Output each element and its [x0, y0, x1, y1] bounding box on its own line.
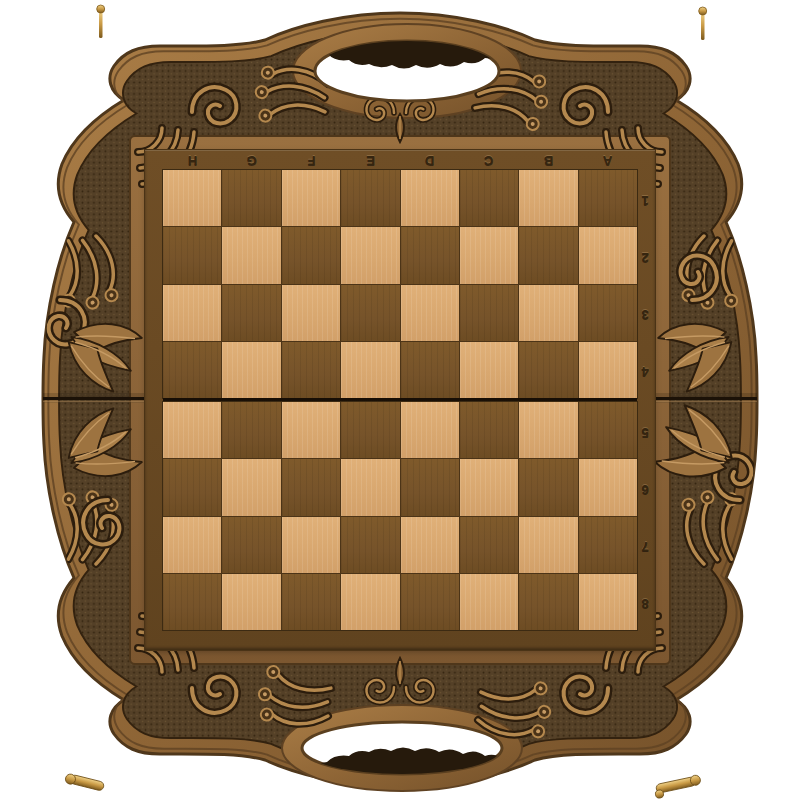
square-f1[interactable]: [282, 170, 340, 226]
square-g6[interactable]: [222, 459, 280, 515]
square-h2[interactable]: [163, 227, 221, 283]
square-g7[interactable]: [222, 517, 280, 573]
square-h4[interactable]: [163, 342, 221, 398]
file-label-c: C: [459, 152, 518, 168]
file-label-b: B: [519, 152, 578, 168]
square-f8[interactable]: [282, 574, 340, 630]
square-h8[interactable]: [163, 574, 221, 630]
square-a2[interactable]: [579, 227, 637, 283]
rank-label-3: 3: [635, 304, 655, 322]
square-f3[interactable]: [282, 285, 340, 341]
square-d4[interactable]: [401, 342, 459, 398]
square-f2[interactable]: [282, 227, 340, 283]
square-a5[interactable]: [579, 402, 637, 458]
square-c5[interactable]: [460, 402, 518, 458]
rank-label-8: 8: [635, 593, 655, 611]
rank-label-6: 6: [635, 479, 655, 497]
hinge-pin-top-left: [97, 5, 105, 38]
square-d3[interactable]: [401, 285, 459, 341]
square-g1[interactable]: [222, 170, 280, 226]
square-e6[interactable]: [341, 459, 399, 515]
square-a3[interactable]: [579, 285, 637, 341]
square-f7[interactable]: [282, 517, 340, 573]
rank-label-4: 4: [635, 361, 655, 379]
rank-label-7: 7: [635, 536, 655, 554]
square-d5[interactable]: [401, 402, 459, 458]
square-h5[interactable]: [163, 402, 221, 458]
square-c2[interactable]: [460, 227, 518, 283]
square-e2[interactable]: [341, 227, 399, 283]
square-f6[interactable]: [282, 459, 340, 515]
square-d6[interactable]: [401, 459, 459, 515]
square-e1[interactable]: [341, 170, 399, 226]
square-c7[interactable]: [460, 517, 518, 573]
square-g8[interactable]: [222, 574, 280, 630]
square-b5[interactable]: [519, 402, 577, 458]
file-label-f: F: [282, 152, 341, 168]
square-f5[interactable]: [282, 402, 340, 458]
board-half-top: [163, 170, 637, 398]
square-a7[interactable]: [579, 517, 637, 573]
square-a6[interactable]: [579, 459, 637, 515]
file-label-a: A: [578, 152, 637, 168]
file-label-g: G: [222, 152, 281, 168]
square-b3[interactable]: [519, 285, 577, 341]
file-label-e: E: [341, 152, 400, 168]
latch-bottom-left: [64, 773, 104, 792]
square-d7[interactable]: [401, 517, 459, 573]
square-h7[interactable]: [163, 517, 221, 573]
square-b4[interactable]: [519, 342, 577, 398]
chess-board: HGFEDCBA 12345678: [145, 150, 655, 650]
square-e5[interactable]: [341, 402, 399, 458]
square-g3[interactable]: [222, 285, 280, 341]
square-b8[interactable]: [519, 574, 577, 630]
square-c6[interactable]: [460, 459, 518, 515]
file-label-h: H: [163, 152, 222, 168]
square-a8[interactable]: [579, 574, 637, 630]
square-e7[interactable]: [341, 517, 399, 573]
file-label-d: D: [400, 152, 459, 168]
square-b7[interactable]: [519, 517, 577, 573]
square-a4[interactable]: [579, 342, 637, 398]
square-h6[interactable]: [163, 459, 221, 515]
rank-label-1: 1: [635, 190, 655, 208]
rank-label-2: 2: [635, 247, 655, 265]
square-a1[interactable]: [579, 170, 637, 226]
chess-case-photo: HGFEDCBA 12345678: [0, 0, 800, 800]
latch-bottom-right: [653, 774, 702, 798]
square-g4[interactable]: [222, 342, 280, 398]
square-c1[interactable]: [460, 170, 518, 226]
square-b2[interactable]: [519, 227, 577, 283]
square-e8[interactable]: [341, 574, 399, 630]
square-c4[interactable]: [460, 342, 518, 398]
square-e3[interactable]: [341, 285, 399, 341]
square-d1[interactable]: [401, 170, 459, 226]
square-h1[interactable]: [163, 170, 221, 226]
rank-label-5: 5: [635, 422, 655, 440]
hinge-pin-top-right: [699, 7, 707, 40]
board-half-bottom: [163, 402, 637, 630]
square-c3[interactable]: [460, 285, 518, 341]
square-d8[interactable]: [401, 574, 459, 630]
square-b6[interactable]: [519, 459, 577, 515]
square-c8[interactable]: [460, 574, 518, 630]
square-g2[interactable]: [222, 227, 280, 283]
square-b1[interactable]: [519, 170, 577, 226]
square-g5[interactable]: [222, 402, 280, 458]
square-f4[interactable]: [282, 342, 340, 398]
square-e4[interactable]: [341, 342, 399, 398]
square-h3[interactable]: [163, 285, 221, 341]
square-d2[interactable]: [401, 227, 459, 283]
